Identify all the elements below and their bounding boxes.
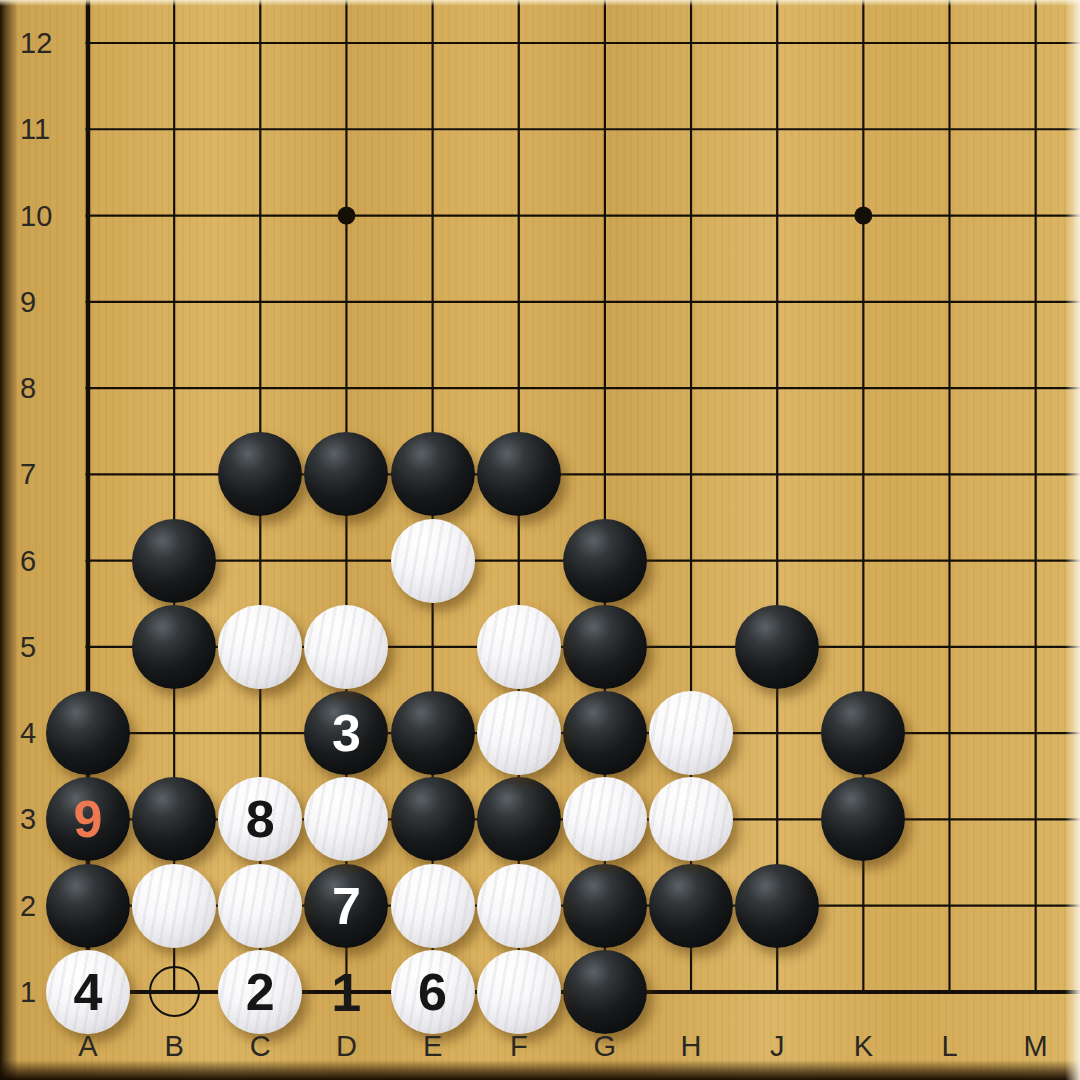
coord-label-row-7: 7 [20, 460, 36, 489]
stone-white-E2 [391, 864, 475, 948]
stone-white-E6 [391, 519, 475, 603]
stone-black-E3 [391, 777, 475, 861]
stone-white-C3: 8 [218, 777, 302, 861]
stone-black-G1 [563, 950, 647, 1034]
stone-black-H2 [649, 864, 733, 948]
stone-black-K4 [821, 691, 905, 775]
stone-black-B3 [132, 777, 216, 861]
stone-black-G5 [563, 605, 647, 689]
move-number-4: 4 [46, 950, 130, 1034]
stone-black-F7 [477, 432, 561, 516]
coord-label-row-5: 5 [20, 633, 36, 662]
stone-white-H4 [649, 691, 733, 775]
stone-black-E4 [391, 691, 475, 775]
coord-label-col-E: E [423, 1032, 442, 1061]
move-number-9: 9 [46, 777, 130, 861]
coord-label-col-K: K [854, 1032, 873, 1061]
coord-label-row-1: 1 [20, 978, 36, 1007]
stone-black-F3 [477, 777, 561, 861]
stone-black-D2: 7 [304, 864, 388, 948]
move-number-3: 3 [304, 691, 388, 775]
coord-label-col-A: A [78, 1032, 97, 1061]
coord-label-row-10: 10 [20, 202, 52, 231]
stone-black-A3: 9 [46, 777, 130, 861]
stone-white-C1: 2 [218, 950, 302, 1034]
stone-black-C7 [218, 432, 302, 516]
stone-white-D5 [304, 605, 388, 689]
coord-label-col-B: B [164, 1032, 183, 1061]
coord-label-col-D: D [336, 1032, 357, 1061]
stone-black-G6 [563, 519, 647, 603]
coord-label-col-C: C [250, 1032, 271, 1061]
coord-label-col-G: G [594, 1032, 617, 1061]
stone-white-C2 [218, 864, 302, 948]
stone-white-E1: 6 [391, 950, 475, 1034]
coord-label-row-9: 9 [20, 288, 36, 317]
stone-black-G4 [563, 691, 647, 775]
coord-label-row-6: 6 [20, 547, 36, 576]
stone-black-B6 [132, 519, 216, 603]
stone-white-C5 [218, 605, 302, 689]
move-number-8: 8 [218, 777, 302, 861]
coord-label-col-J: J [770, 1032, 785, 1061]
coord-label-row-11: 11 [20, 115, 50, 144]
stone-white-A1: 4 [46, 950, 130, 1034]
stone-black-D4: 3 [304, 691, 388, 775]
coord-label-col-F: F [510, 1032, 528, 1061]
stone-black-D7 [304, 432, 388, 516]
go-board[interactable]: 39784261 ABCDEFGHJKLM121110987654321 [0, 0, 1080, 1080]
move-number-6: 6 [391, 950, 475, 1034]
stone-white-H3 [649, 777, 733, 861]
coord-label-row-4: 4 [20, 719, 36, 748]
move-number-7: 7 [304, 864, 388, 948]
marker-circle-B1 [149, 966, 200, 1017]
stone-black-J5 [735, 605, 819, 689]
stone-black-G2 [563, 864, 647, 948]
coord-label-col-H: H [681, 1032, 702, 1061]
stone-black-A2 [46, 864, 130, 948]
stone-black-K3 [821, 777, 905, 861]
stone-white-B2 [132, 864, 216, 948]
coord-label-row-8: 8 [20, 374, 36, 403]
stone-black-E7 [391, 432, 475, 516]
move-number-1-on-board: 1 [331, 965, 361, 1019]
coord-label-row-2: 2 [20, 892, 36, 921]
stones-layer: 39784261 [45, 0, 1079, 1035]
stone-black-B5 [132, 605, 216, 689]
stone-white-F2 [477, 864, 561, 948]
stone-white-G3 [563, 777, 647, 861]
coord-label-row-12: 12 [20, 29, 52, 58]
stone-white-F4 [477, 691, 561, 775]
stone-black-A4 [46, 691, 130, 775]
stone-black-J2 [735, 864, 819, 948]
coord-label-col-L: L [941, 1032, 957, 1061]
stone-white-F5 [477, 605, 561, 689]
coord-label-row-3: 3 [20, 805, 36, 834]
move-number-2: 2 [218, 950, 302, 1034]
stone-white-F1 [477, 950, 561, 1034]
coord-label-col-M: M [1024, 1032, 1048, 1061]
stone-white-D3 [304, 777, 388, 861]
